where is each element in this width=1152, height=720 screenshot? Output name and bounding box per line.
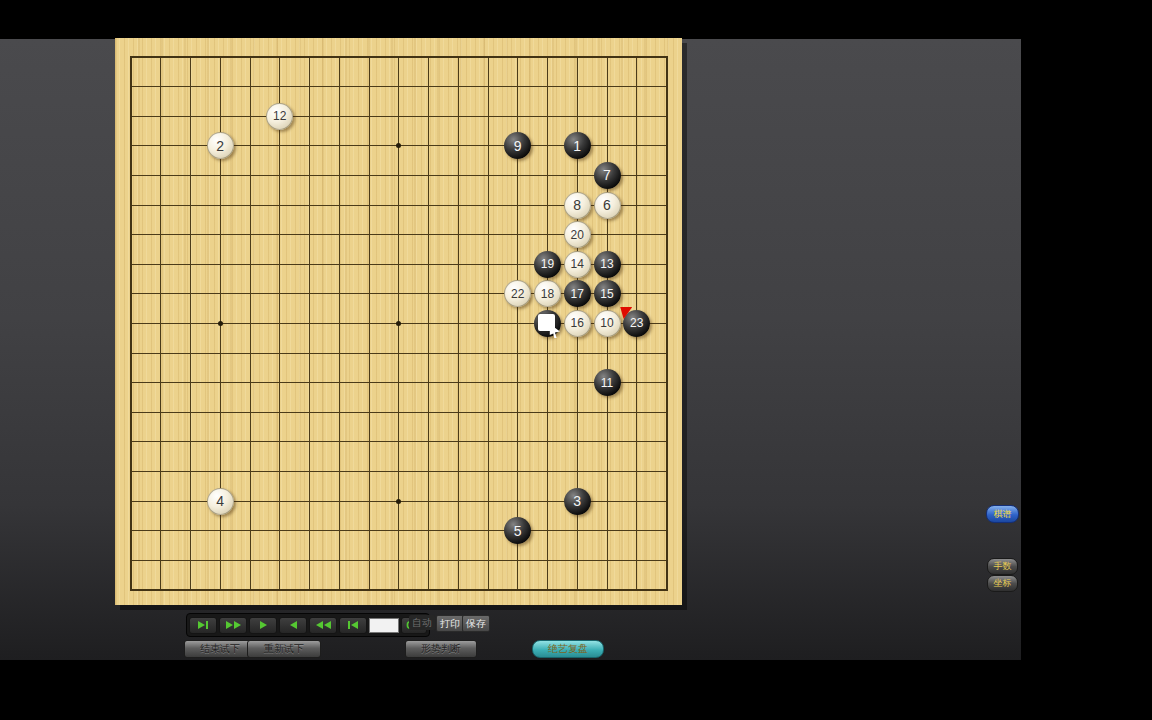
last-icon: [206, 621, 208, 629]
stone-black-move-17[interactable]: 17: [564, 280, 591, 307]
stone-white-move-20[interactable]: 20: [564, 221, 591, 248]
nav-last-button[interactable]: [189, 617, 217, 634]
nav-first-button[interactable]: [339, 617, 367, 634]
stone-white-move-8[interactable]: 8: [564, 192, 591, 219]
move-number-label: 16: [571, 317, 584, 329]
move-number-label: 6: [603, 198, 611, 212]
stone-white-move-14[interactable]: 14: [564, 251, 591, 278]
fast-back-icon: [324, 621, 331, 629]
stone-white-move-6[interactable]: 6: [594, 192, 621, 219]
nav-fast-back-button[interactable]: [309, 617, 337, 634]
move-number-label: 10: [600, 317, 613, 329]
mouse-cursor-icon: [538, 314, 555, 331]
back-icon: [290, 621, 297, 629]
stone-white-move-2[interactable]: 2: [207, 132, 234, 159]
save-button[interactable]: 保存: [462, 615, 490, 632]
move-number-label: 7: [603, 168, 611, 182]
end-trial-button[interactable]: 结束试下: [184, 640, 256, 658]
fast-forward-icon: [226, 621, 233, 629]
move-number-label: 5: [514, 524, 522, 538]
move-number-label: 22: [511, 288, 524, 300]
auto-button[interactable]: 自动: [409, 615, 435, 630]
stone-black-move-15[interactable]: 15: [594, 280, 621, 307]
fast-back-icon: [316, 621, 323, 629]
stone-white-move-16[interactable]: 16: [564, 310, 591, 337]
first-icon: [351, 621, 358, 629]
forward-icon: [260, 621, 267, 629]
stone-white-move-10[interactable]: 10: [594, 310, 621, 337]
stone-black-move-3[interactable]: 3: [564, 488, 591, 515]
stone-black-move-13[interactable]: 13: [594, 251, 621, 278]
move-numbers-toggle-button[interactable]: 手数: [987, 558, 1018, 575]
stone-white-move-4[interactable]: 4: [207, 488, 234, 515]
move-number-label: 23: [630, 317, 643, 329]
move-number-label: 9: [514, 139, 522, 153]
stone-black-move-11[interactable]: 11: [594, 369, 621, 396]
move-number-label: 3: [573, 494, 581, 508]
move-number-label: 12: [273, 110, 286, 122]
print-button[interactable]: 打印: [436, 615, 464, 632]
move-number-label: 14: [571, 258, 584, 270]
kifu-button[interactable]: 棋谱: [986, 505, 1019, 523]
star-point: [396, 499, 401, 504]
stone-black-move-19[interactable]: 19: [534, 251, 561, 278]
stone-black-move-23[interactable]: 23: [623, 310, 650, 337]
last-icon: [198, 621, 205, 629]
nav-back-button[interactable]: [279, 617, 307, 634]
move-number-label: 8: [573, 198, 581, 212]
move-number-label: 4: [216, 494, 224, 508]
stone-white-move-12[interactable]: 12: [266, 103, 293, 130]
move-number-label: 20: [571, 229, 584, 241]
app-window: 1234567891011121314151617181920212223 GO…: [0, 0, 1152, 720]
go-board[interactable]: 1234567891011121314151617181920212223: [115, 38, 682, 605]
ai-review-button[interactable]: 绝艺复盘: [532, 640, 604, 658]
first-icon: [348, 621, 350, 629]
coordinates-toggle-button[interactable]: 坐标: [987, 575, 1018, 592]
fast-forward-icon: [234, 621, 241, 629]
navigation-bar: GO: [186, 613, 430, 637]
position-judge-button[interactable]: 形势判断: [405, 640, 477, 658]
move-number-label: 18: [541, 288, 554, 300]
move-number-label: 1: [573, 139, 581, 153]
restart-trial-button[interactable]: 重新试下: [247, 640, 321, 658]
move-number-label: 13: [600, 258, 613, 270]
move-number-label: 11: [601, 377, 613, 389]
star-point: [218, 321, 223, 326]
move-number-label: 15: [600, 288, 613, 300]
stone-black-move-7[interactable]: 7: [594, 162, 621, 189]
move-number-label: 19: [541, 258, 554, 270]
nav-forward-button[interactable]: [249, 617, 277, 634]
nav-fast-forward-button[interactable]: [219, 617, 247, 634]
stone-black-move-1[interactable]: 1: [564, 132, 591, 159]
move-number-label: 2: [216, 139, 224, 153]
move-number-label: 17: [571, 288, 584, 300]
move-number-input[interactable]: [369, 618, 399, 633]
stone-black-move-21[interactable]: 21: [534, 310, 561, 337]
